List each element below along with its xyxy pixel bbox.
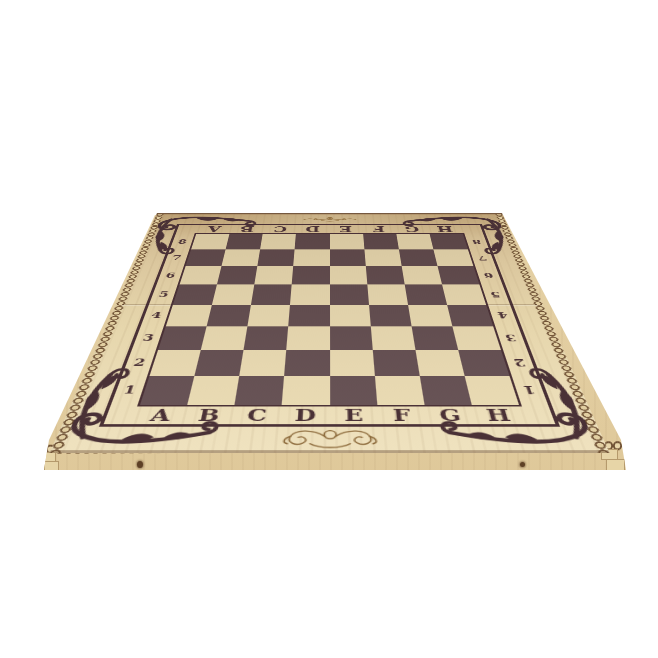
file-label: B bbox=[183, 406, 235, 424]
square-c3[interactable] bbox=[244, 326, 289, 350]
square-b2[interactable] bbox=[194, 350, 243, 376]
square-g7[interactable] bbox=[399, 249, 438, 266]
square-g8[interactable] bbox=[396, 234, 433, 250]
file-label: B bbox=[230, 225, 265, 233]
wood-knot bbox=[137, 461, 143, 468]
square-c1[interactable] bbox=[235, 376, 285, 405]
square-h2[interactable] bbox=[458, 350, 509, 376]
file-label: G bbox=[395, 225, 430, 233]
square-f6[interactable] bbox=[365, 266, 404, 284]
square-a1[interactable] bbox=[140, 376, 194, 405]
square-f7[interactable] bbox=[364, 249, 401, 266]
square-e1[interactable] bbox=[330, 376, 377, 405]
file-label: A bbox=[196, 225, 231, 233]
square-c5[interactable] bbox=[251, 285, 292, 305]
square-f8[interactable] bbox=[363, 234, 399, 250]
square-e8[interactable] bbox=[330, 234, 365, 250]
square-c2[interactable] bbox=[239, 350, 286, 376]
square-d5[interactable] bbox=[290, 285, 329, 305]
square-h7[interactable] bbox=[433, 249, 473, 266]
file-label: D bbox=[281, 406, 330, 424]
square-a4[interactable] bbox=[166, 305, 212, 327]
file-label: F bbox=[377, 406, 427, 424]
square-c7[interactable] bbox=[258, 249, 295, 266]
square-d6[interactable] bbox=[292, 266, 329, 284]
square-c8[interactable] bbox=[260, 234, 296, 250]
square-f5[interactable] bbox=[367, 285, 408, 305]
square-f4[interactable] bbox=[369, 305, 412, 327]
square-a3[interactable] bbox=[158, 326, 207, 350]
wood-knot bbox=[520, 462, 525, 467]
square-a2[interactable] bbox=[149, 350, 200, 376]
file-labels-bottom: ABCDEFGH bbox=[134, 406, 526, 424]
file-label: E bbox=[330, 225, 363, 233]
crest-ornament bbox=[295, 216, 364, 222]
square-d4[interactable] bbox=[289, 305, 330, 327]
square-f3[interactable] bbox=[370, 326, 415, 350]
square-d8[interactable] bbox=[295, 234, 330, 250]
square-d1[interactable] bbox=[282, 376, 329, 405]
square-h1[interactable] bbox=[465, 376, 519, 405]
square-h6[interactable] bbox=[437, 266, 479, 284]
square-h5[interactable] bbox=[442, 285, 486, 305]
file-label: H bbox=[427, 225, 462, 233]
box-joint bbox=[606, 459, 625, 471]
square-d2[interactable] bbox=[284, 350, 329, 376]
square-f2[interactable] bbox=[372, 350, 419, 376]
square-b4[interactable] bbox=[207, 305, 251, 327]
square-e4[interactable] bbox=[330, 305, 371, 327]
wooden-chessboard-photo: ABCDEFGH ABCDEFGH 87654321 87654321 bbox=[0, 0, 658, 658]
square-g4[interactable] bbox=[408, 305, 452, 327]
square-e7[interactable] bbox=[330, 249, 366, 266]
file-label: C bbox=[232, 406, 282, 424]
square-e2[interactable] bbox=[330, 350, 375, 376]
square-c6[interactable] bbox=[255, 266, 294, 284]
square-g3[interactable] bbox=[411, 326, 458, 350]
file-label: H bbox=[472, 406, 526, 424]
file-label: C bbox=[263, 225, 297, 233]
square-e3[interactable] bbox=[330, 326, 373, 350]
chess-board bbox=[140, 234, 519, 405]
square-e5[interactable] bbox=[330, 285, 369, 305]
square-f1[interactable] bbox=[375, 376, 425, 405]
square-b1[interactable] bbox=[187, 376, 239, 405]
square-a7[interactable] bbox=[186, 249, 226, 266]
square-h4[interactable] bbox=[447, 305, 493, 327]
square-b8[interactable] bbox=[226, 234, 263, 250]
square-a8[interactable] bbox=[191, 234, 229, 250]
square-g2[interactable] bbox=[415, 350, 464, 376]
scroll-ornament bbox=[256, 427, 402, 450]
file-label: D bbox=[296, 225, 329, 233]
board-top-face-perspective: ABCDEFGH ABCDEFGH 87654321 87654321 bbox=[49, 213, 609, 453]
square-a6[interactable] bbox=[180, 266, 222, 284]
square-g6[interactable] bbox=[401, 266, 441, 284]
square-c4[interactable] bbox=[248, 305, 291, 327]
square-d3[interactable] bbox=[287, 326, 330, 350]
square-b7[interactable] bbox=[222, 249, 261, 266]
file-label: E bbox=[330, 406, 379, 424]
square-b3[interactable] bbox=[201, 326, 248, 350]
square-e6[interactable] bbox=[330, 266, 367, 284]
board-top-face: ABCDEFGH ABCDEFGH 87654321 87654321 bbox=[49, 213, 609, 453]
square-a5[interactable] bbox=[173, 285, 217, 305]
square-h8[interactable] bbox=[429, 234, 467, 250]
file-label: F bbox=[362, 225, 396, 233]
file-label: A bbox=[134, 406, 188, 424]
square-g5[interactable] bbox=[404, 285, 446, 305]
box-joint bbox=[44, 461, 59, 472]
square-d7[interactable] bbox=[294, 249, 330, 266]
square-g1[interactable] bbox=[420, 376, 472, 405]
square-b6[interactable] bbox=[217, 266, 257, 284]
file-labels-top: ABCDEFGH bbox=[196, 225, 462, 233]
file-label: G bbox=[424, 406, 476, 424]
square-h3[interactable] bbox=[452, 326, 501, 350]
square-b5[interactable] bbox=[212, 285, 254, 305]
